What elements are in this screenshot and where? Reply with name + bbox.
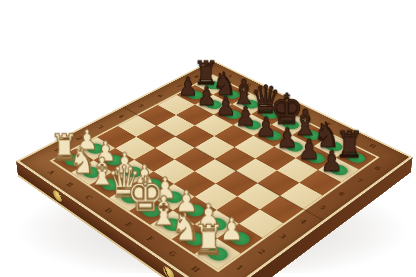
photo-scene: ABCDEFGH ABCDEFGH 87654321 87654321 ♜♞♝♛… <box>0 0 416 277</box>
brass-clasp-icon <box>53 189 63 204</box>
square-g4[interactable] <box>237 183 280 209</box>
coord-label: A <box>39 165 64 181</box>
square-e4[interactable] <box>195 159 236 184</box>
piece-white-rook[interactable]: ♜ <box>192 222 225 260</box>
piece-black-pawn[interactable]: ♟ <box>317 149 346 175</box>
